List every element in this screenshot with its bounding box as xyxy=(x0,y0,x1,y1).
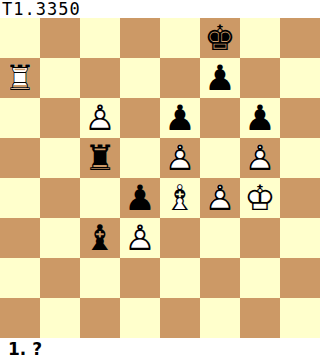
piece-white-bishop: ♝♗ xyxy=(160,178,200,218)
white-bishop-fill: ♝ xyxy=(160,178,200,218)
square-d3[interactable]: ♟♙ xyxy=(120,218,160,258)
white-king-fill: ♚ xyxy=(240,178,280,218)
white-pawn-fill: ♟ xyxy=(160,138,200,178)
square-a7[interactable]: ♜♖ xyxy=(0,58,40,98)
square-b4[interactable] xyxy=(40,178,80,218)
piece-black-pawn: ♟ xyxy=(240,98,280,138)
piece-black-pawn: ♟ xyxy=(200,58,240,98)
square-h2[interactable] xyxy=(280,258,320,298)
square-f5[interactable] xyxy=(200,138,240,178)
square-h8[interactable] xyxy=(280,18,320,58)
square-h3[interactable] xyxy=(280,218,320,258)
square-c8[interactable] xyxy=(80,18,120,58)
white-pawn-fill: ♟ xyxy=(240,138,280,178)
white-pawn-outline: ♙ xyxy=(120,218,160,258)
square-g5[interactable]: ♟♙ xyxy=(240,138,280,178)
square-g1[interactable] xyxy=(240,298,280,338)
piece-black-bishop: ♝ xyxy=(80,218,120,258)
square-g6[interactable]: ♟ xyxy=(240,98,280,138)
square-h7[interactable] xyxy=(280,58,320,98)
square-e7[interactable] xyxy=(160,58,200,98)
square-f8[interactable]: ♚ xyxy=(200,18,240,58)
square-d4[interactable]: ♟ xyxy=(120,178,160,218)
square-f3[interactable] xyxy=(200,218,240,258)
piece-black-rook: ♜ xyxy=(80,138,120,178)
piece-white-pawn: ♟♙ xyxy=(200,178,240,218)
piece-black-king: ♚ xyxy=(200,18,240,58)
square-c3[interactable]: ♝ xyxy=(80,218,120,258)
square-e6[interactable]: ♟ xyxy=(160,98,200,138)
square-b5[interactable] xyxy=(40,138,80,178)
black-pawn-glyph: ♟ xyxy=(200,58,240,98)
square-f1[interactable] xyxy=(200,298,240,338)
square-b8[interactable] xyxy=(40,18,80,58)
square-c2[interactable] xyxy=(80,258,120,298)
white-pawn-fill: ♟ xyxy=(80,98,120,138)
move-prompt: 1. ? xyxy=(8,338,42,360)
square-g8[interactable] xyxy=(240,18,280,58)
piece-white-pawn: ♟♙ xyxy=(120,218,160,258)
square-c1[interactable] xyxy=(80,298,120,338)
square-d8[interactable] xyxy=(120,18,160,58)
square-h6[interactable] xyxy=(280,98,320,138)
square-h5[interactable] xyxy=(280,138,320,178)
square-e8[interactable] xyxy=(160,18,200,58)
white-pawn-outline: ♙ xyxy=(200,178,240,218)
square-c6[interactable]: ♟♙ xyxy=(80,98,120,138)
square-a5[interactable] xyxy=(0,138,40,178)
square-d6[interactable] xyxy=(120,98,160,138)
square-e2[interactable] xyxy=(160,258,200,298)
square-c4[interactable] xyxy=(80,178,120,218)
white-pawn-outline: ♙ xyxy=(80,98,120,138)
square-b2[interactable] xyxy=(40,258,80,298)
white-king-outline: ♔ xyxy=(240,178,280,218)
black-pawn-glyph: ♟ xyxy=(120,178,160,218)
piece-white-king: ♚♔ xyxy=(240,178,280,218)
chess-board: ♚♜♖♟♟♙♟♟♜♟♙♟♙♟♝♗♟♙♚♔♝♟♙ xyxy=(0,18,320,338)
square-e1[interactable] xyxy=(160,298,200,338)
white-pawn-fill: ♟ xyxy=(120,218,160,258)
square-d1[interactable] xyxy=(120,298,160,338)
square-d2[interactable] xyxy=(120,258,160,298)
square-e3[interactable] xyxy=(160,218,200,258)
square-a1[interactable] xyxy=(0,298,40,338)
square-d7[interactable] xyxy=(120,58,160,98)
black-king-glyph: ♚ xyxy=(200,18,240,58)
square-h4[interactable] xyxy=(280,178,320,218)
piece-white-pawn: ♟♙ xyxy=(240,138,280,178)
square-f7[interactable]: ♟ xyxy=(200,58,240,98)
white-rook-fill: ♜ xyxy=(0,58,40,98)
square-d5[interactable] xyxy=(120,138,160,178)
square-g3[interactable] xyxy=(240,218,280,258)
black-rook-glyph: ♜ xyxy=(80,138,120,178)
square-c5[interactable]: ♜ xyxy=(80,138,120,178)
piece-white-rook: ♜♖ xyxy=(0,58,40,98)
white-pawn-fill: ♟ xyxy=(200,178,240,218)
white-rook-outline: ♖ xyxy=(0,58,40,98)
square-b1[interactable] xyxy=(40,298,80,338)
piece-white-pawn: ♟♙ xyxy=(160,138,200,178)
square-a8[interactable] xyxy=(0,18,40,58)
square-g7[interactable] xyxy=(240,58,280,98)
black-bishop-glyph: ♝ xyxy=(80,218,120,258)
square-f2[interactable] xyxy=(200,258,240,298)
white-pawn-outline: ♙ xyxy=(240,138,280,178)
chess-diagram-page: T1.3350 ♚♜♖♟♟♙♟♟♜♟♙♟♙♟♝♗♟♙♚♔♝♟♙ 1. ? xyxy=(0,0,320,360)
square-e5[interactable]: ♟♙ xyxy=(160,138,200,178)
white-bishop-outline: ♗ xyxy=(160,178,200,218)
square-f4[interactable]: ♟♙ xyxy=(200,178,240,218)
black-pawn-glyph: ♟ xyxy=(160,98,200,138)
square-b6[interactable] xyxy=(40,98,80,138)
square-b3[interactable] xyxy=(40,218,80,258)
square-a6[interactable] xyxy=(0,98,40,138)
square-g4[interactable]: ♚♔ xyxy=(240,178,280,218)
square-f6[interactable] xyxy=(200,98,240,138)
piece-white-pawn: ♟♙ xyxy=(80,98,120,138)
square-h1[interactable] xyxy=(280,298,320,338)
square-c7[interactable] xyxy=(80,58,120,98)
piece-black-pawn: ♟ xyxy=(160,98,200,138)
square-g2[interactable] xyxy=(240,258,280,298)
square-a4[interactable] xyxy=(0,178,40,218)
diagram-title: T1.3350 xyxy=(2,0,81,18)
square-a2[interactable] xyxy=(0,258,40,298)
white-pawn-outline: ♙ xyxy=(160,138,200,178)
black-pawn-glyph: ♟ xyxy=(240,98,280,138)
piece-black-pawn: ♟ xyxy=(120,178,160,218)
square-e4[interactable]: ♝♗ xyxy=(160,178,200,218)
square-a3[interactable] xyxy=(0,218,40,258)
square-b7[interactable] xyxy=(40,58,80,98)
